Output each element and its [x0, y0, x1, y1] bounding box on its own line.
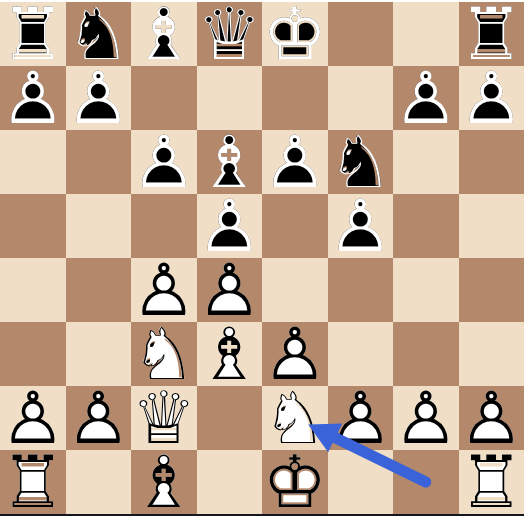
square-b2[interactable]: ♟♙	[66, 386, 132, 450]
square-f2[interactable]: ♟♙	[328, 386, 394, 450]
square-d1[interactable]	[197, 450, 263, 514]
black-pawn: ♟♙	[328, 194, 394, 258]
square-a6[interactable]	[0, 130, 66, 194]
square-g4[interactable]	[393, 258, 459, 322]
square-a4[interactable]	[0, 258, 66, 322]
square-c6[interactable]: ♟♙	[131, 130, 197, 194]
white-bishop: ♝♗	[131, 450, 197, 514]
square-d2[interactable]	[197, 386, 263, 450]
square-h1[interactable]: ♜♖	[459, 450, 524, 514]
square-b7[interactable]: ♟♙	[66, 66, 132, 130]
square-b4[interactable]	[66, 258, 132, 322]
square-e5[interactable]	[262, 194, 328, 258]
black-queen: ♛♕	[197, 2, 263, 66]
white-rook: ♜♖	[0, 450, 66, 514]
square-f5[interactable]: ♟♙	[328, 194, 394, 258]
square-e1[interactable]: ♚♔	[262, 450, 328, 514]
square-d3[interactable]: ♝♗	[197, 322, 263, 386]
square-c8[interactable]: ♝♗	[131, 2, 197, 66]
square-f1[interactable]	[328, 450, 394, 514]
square-h7[interactable]: ♟♙	[459, 66, 524, 130]
square-f4[interactable]	[328, 258, 394, 322]
black-pawn: ♟♙	[262, 130, 328, 194]
chess-app: ♜♖♞♘♝♗♛♕♚♔♜♖♟♙♟♙♟♙♟♙♟♙♝♗♟♙♞♘♟♙♟♙♟♙♟♙♞♘♝♗…	[0, 0, 524, 516]
square-a5[interactable]	[0, 194, 66, 258]
square-g7[interactable]: ♟♙	[393, 66, 459, 130]
square-h6[interactable]	[459, 130, 524, 194]
square-g2[interactable]: ♟♙	[393, 386, 459, 450]
square-a7[interactable]: ♟♙	[0, 66, 66, 130]
square-g6[interactable]	[393, 130, 459, 194]
black-pawn: ♟♙	[131, 130, 197, 194]
square-b1[interactable]	[66, 450, 132, 514]
square-e8[interactable]: ♚♔	[262, 2, 328, 66]
square-d8[interactable]: ♛♕	[197, 2, 263, 66]
white-pawn: ♟♙	[393, 386, 459, 450]
chess-board: ♜♖♞♘♝♗♛♕♚♔♜♖♟♙♟♙♟♙♟♙♟♙♝♗♟♙♞♘♟♙♟♙♟♙♟♙♞♘♝♗…	[0, 2, 524, 514]
square-c1[interactable]: ♝♗	[131, 450, 197, 514]
square-g1[interactable]	[393, 450, 459, 514]
square-b5[interactable]	[66, 194, 132, 258]
white-pawn: ♟♙	[328, 386, 394, 450]
square-h4[interactable]	[459, 258, 524, 322]
black-king: ♚♔	[262, 2, 328, 66]
black-pawn: ♟♙	[0, 66, 66, 130]
square-f8[interactable]	[328, 2, 394, 66]
square-e6[interactable]: ♟♙	[262, 130, 328, 194]
black-pawn: ♟♙	[66, 66, 132, 130]
black-pawn: ♟♙	[393, 66, 459, 130]
square-h5[interactable]	[459, 194, 524, 258]
square-a1[interactable]: ♜♖	[0, 450, 66, 514]
white-bishop: ♝♗	[197, 322, 263, 386]
white-king: ♚♔	[262, 450, 328, 514]
square-b6[interactable]	[66, 130, 132, 194]
white-rook: ♜♖	[459, 450, 524, 514]
white-pawn: ♟♙	[66, 386, 132, 450]
square-g5[interactable]	[393, 194, 459, 258]
black-pawn: ♟♙	[459, 66, 524, 130]
black-bishop: ♝♗	[131, 2, 197, 66]
